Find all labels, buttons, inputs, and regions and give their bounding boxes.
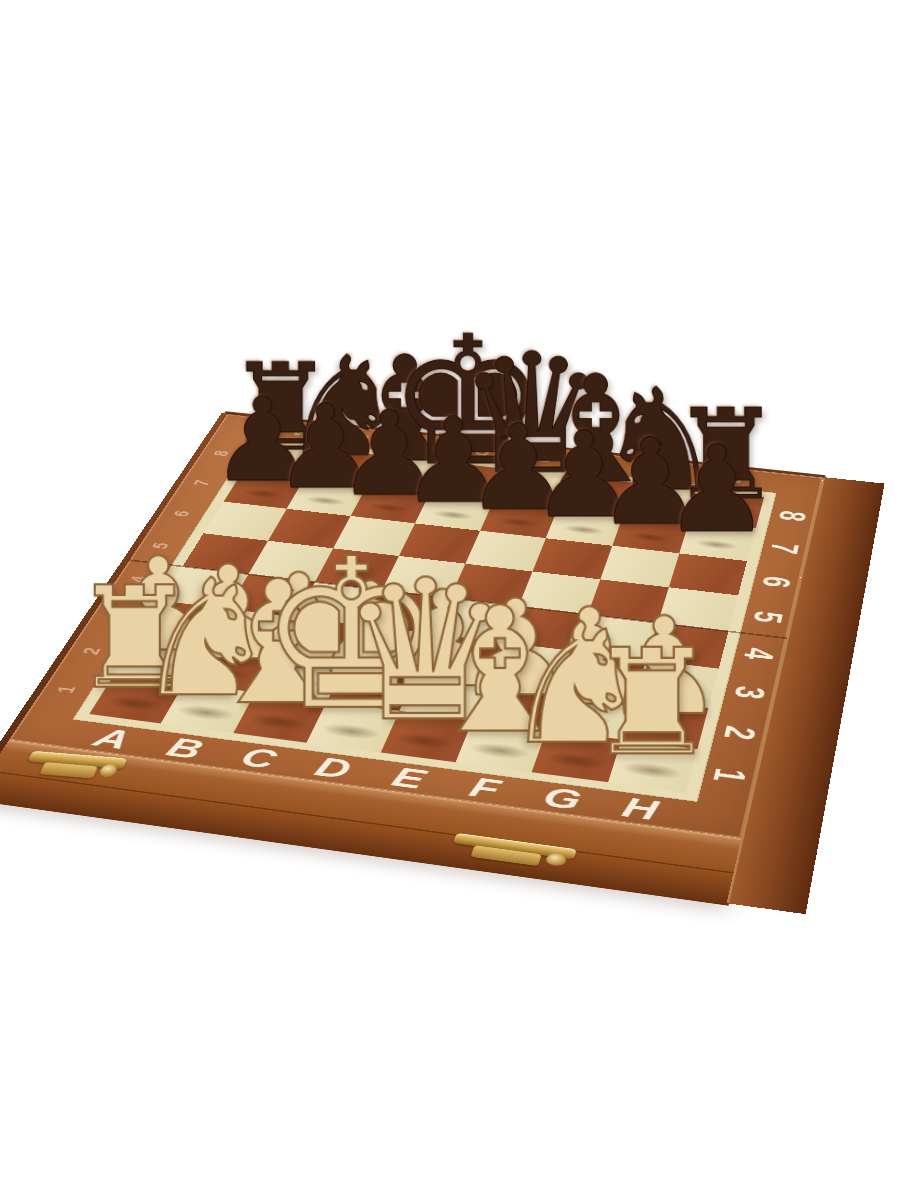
chess-board-assembly: ♜♞♝♚♛♝♞♜♟♟♟♟♟♟♟♟♟♟♟♟♟♟♟♟♜♞♝♚♛♝♞♜ ABCDEFG… (9, 414, 823, 838)
piece-dark-pawn-h7[interactable]: ♟ (663, 434, 770, 544)
product-photo-scene: ♜♞♝♚♛♝♞♜♟♟♟♟♟♟♟♟♟♟♟♟♟♟♟♟♜♞♝♚♛♝♞♜ ABCDEFG… (0, 0, 900, 1200)
brass-clasp-center (448, 833, 576, 871)
square-h1[interactable]: ♜ (608, 739, 697, 792)
piece-light-rook-h1[interactable]: ♜ (586, 636, 717, 771)
